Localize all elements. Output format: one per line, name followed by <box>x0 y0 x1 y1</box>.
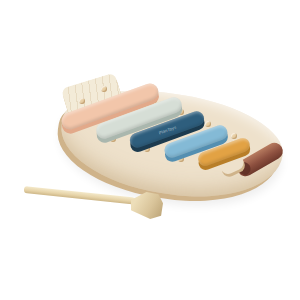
wooden-peg <box>231 133 237 139</box>
brand-logo-text: PlanToys <box>158 124 177 135</box>
mallet-handle <box>24 186 136 205</box>
product-photo-xylophone: PlanToys <box>0 0 300 300</box>
wooden-peg <box>79 98 85 104</box>
wooden-peg <box>101 86 107 92</box>
mallet-head <box>131 192 163 219</box>
